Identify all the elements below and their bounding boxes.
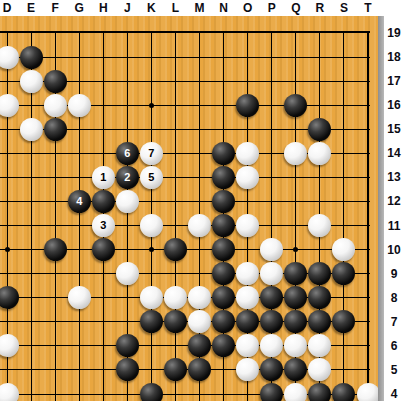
- white-stone: [116, 262, 139, 285]
- row-label: 8: [384, 290, 404, 306]
- row-label: 13: [384, 169, 404, 185]
- black-stone: [308, 118, 331, 141]
- column-label: S: [335, 0, 353, 16]
- column-label: F: [46, 0, 64, 16]
- column-label: E: [22, 0, 40, 16]
- white-stone: [140, 214, 163, 237]
- row-label: 7: [384, 314, 404, 330]
- black-stone: [140, 383, 163, 401]
- black-stone: [212, 262, 235, 285]
- column-label: K: [142, 0, 160, 16]
- black-stone: [212, 310, 235, 333]
- white-stone: [236, 286, 259, 309]
- row-label: 11: [384, 218, 404, 234]
- white-stone: [236, 142, 259, 165]
- column-label: L: [166, 0, 184, 16]
- black-stone: [284, 358, 307, 381]
- row-label: 19: [384, 25, 404, 41]
- row-label: 15: [384, 121, 404, 137]
- white-stone: [0, 383, 19, 401]
- black-stone: [116, 334, 139, 357]
- black-stone: [140, 310, 163, 333]
- row-label: 17: [384, 73, 404, 89]
- black-stone: [236, 94, 259, 117]
- black-stone: [284, 262, 307, 285]
- white-stone: [308, 214, 331, 237]
- white-stone-move-7: 7: [140, 142, 163, 165]
- black-stone: [212, 286, 235, 309]
- black-stone: [92, 238, 115, 261]
- white-stone: [260, 262, 283, 285]
- white-stone: [188, 310, 211, 333]
- column-label: P: [263, 0, 281, 16]
- goban[interactable]: 6712543: [0, 16, 378, 401]
- column-label: G: [70, 0, 88, 16]
- star-point: [149, 247, 154, 252]
- black-stone: [212, 190, 235, 213]
- white-stone: [68, 94, 91, 117]
- white-stone: [236, 262, 259, 285]
- row-label: 6: [384, 338, 404, 354]
- black-stone: [92, 190, 115, 213]
- star-point: [293, 247, 298, 252]
- white-stone: [236, 166, 259, 189]
- column-label: M: [191, 0, 209, 16]
- grid-line: [343, 31, 344, 401]
- row-label: 14: [384, 145, 404, 161]
- black-stone: [164, 358, 187, 381]
- white-stone: [308, 358, 331, 381]
- white-stone: [357, 383, 380, 401]
- go-app-screenshot: 6712543 DEFGHJKLMNOPQRST 191817161514131…: [0, 0, 404, 401]
- white-stone: [44, 94, 67, 117]
- black-stone: [44, 238, 67, 261]
- black-stone: [188, 334, 211, 357]
- star-point: [5, 247, 10, 252]
- white-stone: [0, 94, 19, 117]
- row-label: 18: [384, 49, 404, 65]
- star-point: [149, 103, 154, 108]
- black-stone: [116, 358, 139, 381]
- black-stone: [284, 310, 307, 333]
- black-stone: [212, 166, 235, 189]
- black-stone: [164, 310, 187, 333]
- black-stone: [212, 334, 235, 357]
- row-label: 12: [384, 193, 404, 209]
- black-stone-move-2: 2: [116, 166, 139, 189]
- white-stone: [236, 358, 259, 381]
- black-stone-move-6: 6: [116, 142, 139, 165]
- black-stone: [0, 286, 19, 309]
- row-label: 5: [384, 362, 404, 378]
- black-stone: [260, 358, 283, 381]
- white-stone: [188, 214, 211, 237]
- column-label: N: [215, 0, 233, 16]
- black-stone: [44, 70, 67, 93]
- white-stone: [0, 46, 19, 69]
- grid-line: [79, 31, 80, 401]
- black-stone: [284, 94, 307, 117]
- black-stone: [20, 46, 43, 69]
- black-stone: [332, 310, 355, 333]
- black-stone: [212, 238, 235, 261]
- row-label: 16: [384, 97, 404, 113]
- white-stone: [308, 334, 331, 357]
- black-stone: [260, 383, 283, 401]
- grid-line: [367, 31, 369, 401]
- white-stone: [332, 238, 355, 261]
- white-stone: [284, 383, 307, 401]
- white-stone: [260, 238, 283, 261]
- column-label: D: [0, 0, 16, 16]
- white-stone: [140, 286, 163, 309]
- black-stone: [332, 262, 355, 285]
- white-stone: [260, 334, 283, 357]
- white-stone-move-1: 1: [92, 166, 115, 189]
- white-stone: [0, 334, 19, 357]
- white-stone: [116, 190, 139, 213]
- black-stone: [188, 358, 211, 381]
- black-stone-move-4: 4: [68, 190, 91, 213]
- white-stone-move-5: 5: [140, 166, 163, 189]
- black-stone: [212, 142, 235, 165]
- white-stone: [20, 70, 43, 93]
- white-stone: [164, 286, 187, 309]
- column-label: O: [239, 0, 257, 16]
- white-stone: [308, 142, 331, 165]
- white-stone: [284, 334, 307, 357]
- column-label: H: [94, 0, 112, 16]
- column-label: Q: [287, 0, 305, 16]
- grid-line: [175, 31, 176, 401]
- white-stone-move-3: 3: [92, 214, 115, 237]
- black-stone: [308, 286, 331, 309]
- white-stone: [20, 118, 43, 141]
- black-stone: [284, 286, 307, 309]
- white-stone: [68, 286, 91, 309]
- black-stone: [236, 310, 259, 333]
- black-stone: [212, 214, 235, 237]
- white-stone: [188, 286, 211, 309]
- white-stone: [284, 142, 307, 165]
- black-stone: [308, 262, 331, 285]
- black-stone: [308, 310, 331, 333]
- black-stone: [332, 383, 355, 401]
- black-stone: [44, 118, 67, 141]
- black-stone: [260, 310, 283, 333]
- column-label: J: [118, 0, 136, 16]
- white-stone: [236, 334, 259, 357]
- row-label: 10: [384, 242, 404, 258]
- black-stone: [260, 286, 283, 309]
- white-stone: [236, 214, 259, 237]
- row-label: 9: [384, 266, 404, 282]
- row-label: 4: [384, 386, 404, 401]
- column-label: R: [311, 0, 329, 16]
- black-stone: [164, 238, 187, 261]
- black-stone: [308, 383, 331, 401]
- column-label: T: [359, 0, 377, 16]
